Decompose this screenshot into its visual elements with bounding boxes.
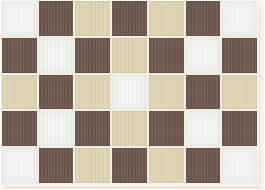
board-square-r3c1 [2,75,37,110]
board-square-r1c1 [2,1,37,36]
board-square-r1c6 [186,1,221,36]
board-square-r4c3 [75,111,110,146]
board-square-r5c5 [149,148,184,183]
board-square-r5c7 [222,148,257,183]
board-square-r1c2 [39,1,74,36]
board-square-r2c7 [222,38,257,73]
board-square-r3c7 [222,75,257,110]
board-square-r2c6 [186,38,221,73]
board-square-r1c7 [222,1,257,36]
board-square-r4c4 [112,111,147,146]
board-square-r1c5 [149,1,184,36]
board-square-r5c2 [39,148,74,183]
board-square-r5c1 [2,148,37,183]
board-square-r4c2 [39,111,74,146]
board-square-r5c4 [112,148,147,183]
board-square-r4c7 [222,111,257,146]
board-square-r3c6 [186,75,221,110]
tile-board-photo [0,0,265,190]
board-square-r4c6 [186,111,221,146]
board-square-r2c3 [75,38,110,73]
board-square-r4c5 [149,111,184,146]
board-square-r2c2 [39,38,74,73]
board-square-r2c5 [149,38,184,73]
board-square-r3c5 [149,75,184,110]
board-square-r3c2 [39,75,74,110]
board-square-r5c6 [186,148,221,183]
board-square-r3c4 [112,75,147,110]
board-square-r2c4 [112,38,147,73]
board-square-r2c1 [2,38,37,73]
tile-board [2,1,257,183]
board-square-r5c3 [75,148,110,183]
board-square-r1c3 [75,1,110,36]
board-square-r1c4 [112,1,147,36]
board-square-r3c3 [75,75,110,110]
board-square-r4c1 [2,111,37,146]
